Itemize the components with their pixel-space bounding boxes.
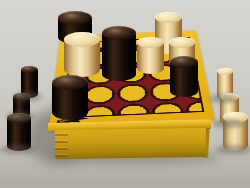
piece-shadow xyxy=(6,112,34,121)
piece-top xyxy=(155,12,182,23)
piece-shadow xyxy=(14,92,42,101)
piece-top xyxy=(58,11,92,25)
piece-black-size3-r3c4[interactable] xyxy=(170,56,198,97)
piece-top xyxy=(102,26,136,40)
piece-side xyxy=(102,33,136,81)
piece-shadow xyxy=(0,145,35,154)
piece-light-size4-r2c1[interactable] xyxy=(64,32,100,77)
piece-shadow xyxy=(216,145,250,154)
piece-top xyxy=(137,37,164,48)
piece-shadow xyxy=(210,94,237,103)
piece-shadow xyxy=(213,119,243,128)
piece-top xyxy=(64,32,100,47)
piece-light-size3-r2c3[interactable] xyxy=(137,37,164,74)
piece-top xyxy=(169,37,195,48)
piece-top xyxy=(217,68,233,75)
piece-top xyxy=(52,75,88,90)
piece-layer xyxy=(0,0,250,188)
piece-top xyxy=(170,56,198,68)
photo-scene: Gobblet xyxy=(0,0,250,188)
piece-black-size4-r2c2[interactable] xyxy=(102,26,136,81)
piece-black-size4-r4c1[interactable] xyxy=(52,75,88,120)
piece-top xyxy=(21,66,38,73)
